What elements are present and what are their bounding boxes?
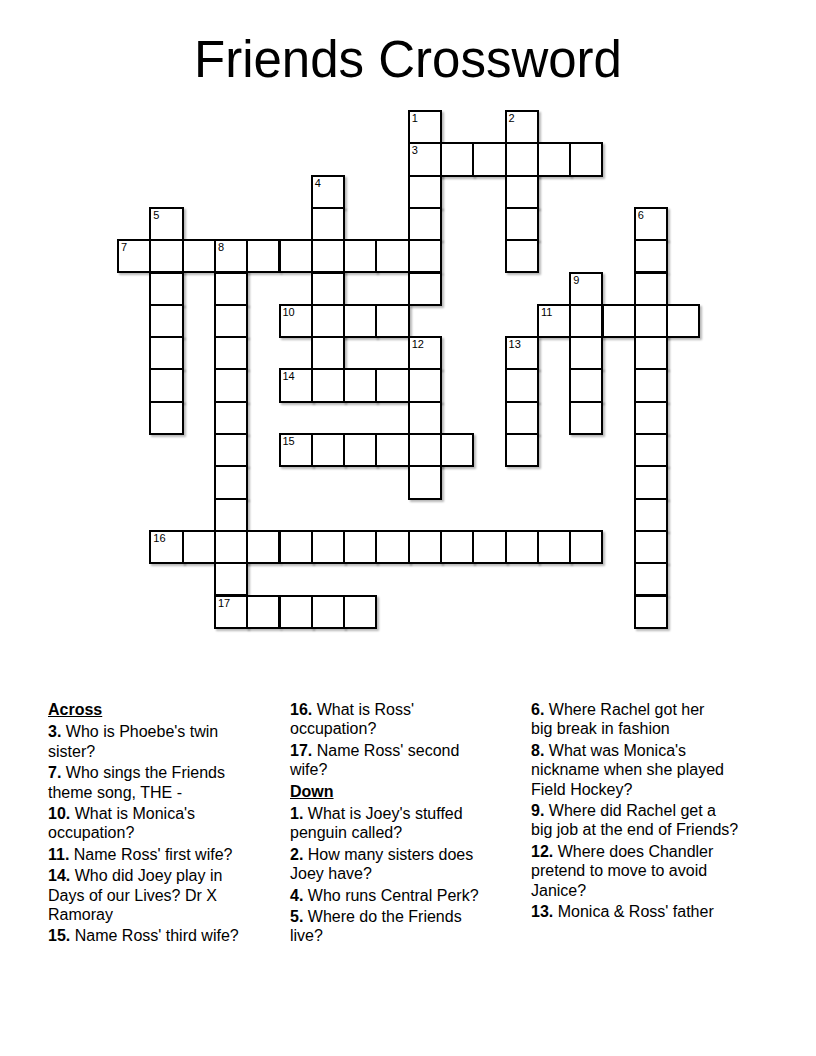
grid-cell[interactable] bbox=[214, 401, 248, 435]
grid-cell[interactable] bbox=[440, 433, 474, 467]
grid-cell[interactable] bbox=[311, 239, 345, 273]
grid-cell[interactable] bbox=[246, 595, 280, 629]
clue-down-1: 1. What is Joey's stuffedpenguin called? bbox=[290, 804, 522, 843]
grid-cell[interactable] bbox=[634, 272, 668, 306]
grid-cell[interactable]: 17 bbox=[214, 595, 248, 629]
grid-cell[interactable] bbox=[408, 530, 442, 564]
grid-cell[interactable] bbox=[149, 368, 183, 402]
grid-cell[interactable]: 2 bbox=[505, 110, 539, 144]
clue-number-10: 10 bbox=[283, 306, 295, 318]
clue-down-2: 2. How many sisters doesJoey have? bbox=[290, 845, 522, 884]
clue-across-10: 10. What is Monica'soccupation? bbox=[48, 804, 280, 843]
grid-cell[interactable] bbox=[214, 368, 248, 402]
grid-cell[interactable] bbox=[343, 595, 377, 629]
grid-cell[interactable]: 16 bbox=[149, 530, 183, 564]
grid-cell[interactable] bbox=[279, 530, 313, 564]
grid-cell[interactable] bbox=[505, 207, 539, 241]
grid-cell[interactable] bbox=[311, 304, 345, 338]
grid-cell[interactable] bbox=[214, 336, 248, 370]
clue-number-17: 17 bbox=[218, 597, 230, 609]
grid-cell[interactable] bbox=[602, 304, 636, 338]
grid-cell[interactable] bbox=[214, 498, 248, 532]
grid-cell[interactable] bbox=[311, 530, 345, 564]
grid-cell[interactable] bbox=[569, 336, 603, 370]
grid-cell[interactable]: 7 bbox=[117, 239, 151, 273]
clue-number-9: 9 bbox=[573, 274, 579, 286]
grid-cell[interactable] bbox=[505, 401, 539, 435]
grid-cell[interactable] bbox=[537, 142, 571, 176]
grid-cell[interactable] bbox=[408, 465, 442, 499]
grid-cell[interactable] bbox=[214, 304, 248, 338]
grid-cell[interactable] bbox=[634, 465, 668, 499]
grid-cell[interactable] bbox=[440, 142, 474, 176]
clue-number-14: 14 bbox=[283, 370, 295, 382]
across-header: Across bbox=[48, 700, 280, 719]
grid-cell[interactable] bbox=[149, 304, 183, 338]
grid-cell[interactable] bbox=[634, 336, 668, 370]
grid-cell[interactable] bbox=[311, 433, 345, 467]
grid-cell[interactable] bbox=[375, 530, 409, 564]
grid-cell[interactable] bbox=[214, 562, 248, 596]
clue-down-12: 12. Where does Chandlerpretend to move t… bbox=[531, 842, 776, 900]
clue-across-7: 7. Who sings the Friendstheme song, THE … bbox=[48, 763, 280, 802]
clue-column-3: 6. Where Rachel got herbig break in fash… bbox=[531, 700, 776, 923]
grid-cell[interactable] bbox=[408, 175, 442, 209]
clue-across-3: 3. Who is Phoebe's twinsister? bbox=[48, 722, 280, 761]
grid-cell[interactable] bbox=[505, 142, 539, 176]
grid-cell[interactable]: 14 bbox=[279, 368, 313, 402]
grid-cell[interactable] bbox=[182, 239, 216, 273]
clue-number-8: 8 bbox=[218, 241, 224, 253]
grid-cell[interactable] bbox=[149, 272, 183, 306]
grid-cell[interactable] bbox=[279, 595, 313, 629]
grid-cell[interactable] bbox=[634, 498, 668, 532]
grid-cell[interactable]: 1 bbox=[408, 110, 442, 144]
grid-cell[interactable] bbox=[311, 336, 345, 370]
clue-across-14: 14. Who did Joey play inDays of our Live… bbox=[48, 866, 280, 924]
clue-down-6: 6. Where Rachel got herbig break in fash… bbox=[531, 700, 776, 739]
grid-cell[interactable] bbox=[634, 562, 668, 596]
grid-cell[interactable] bbox=[634, 304, 668, 338]
clue-number-6: 6 bbox=[638, 209, 644, 221]
grid-cell[interactable] bbox=[279, 239, 313, 273]
clue-across-17: 17. Name Ross' secondwife? bbox=[290, 741, 522, 780]
grid-cell[interactable] bbox=[666, 304, 700, 338]
grid-cell[interactable]: 13 bbox=[505, 336, 539, 370]
grid-cell[interactable] bbox=[149, 401, 183, 435]
grid-cell[interactable] bbox=[408, 272, 442, 306]
grid-cell[interactable] bbox=[569, 304, 603, 338]
grid-cell[interactable]: 12 bbox=[408, 336, 442, 370]
clue-down-8: 8. What was Monica'snickname when she pl… bbox=[531, 741, 776, 799]
grid-cell[interactable] bbox=[440, 530, 474, 564]
page-title: Friends Crossword bbox=[0, 34, 816, 86]
grid-cell[interactable]: 6 bbox=[634, 207, 668, 241]
clue-number-3: 3 bbox=[412, 144, 418, 156]
clue-down-5: 5. Where do the Friendslive? bbox=[290, 907, 522, 946]
grid-cell[interactable] bbox=[634, 433, 668, 467]
clue-number-1: 1 bbox=[412, 112, 418, 124]
grid-cell[interactable] bbox=[311, 207, 345, 241]
clue-number-16: 16 bbox=[153, 532, 165, 544]
grid-cell[interactable] bbox=[505, 175, 539, 209]
grid-cell[interactable] bbox=[375, 433, 409, 467]
clue-across-11: 11. Name Ross' first wife? bbox=[48, 845, 280, 864]
grid-cell[interactable] bbox=[634, 530, 668, 564]
grid-cell[interactable] bbox=[375, 239, 409, 273]
grid-cell[interactable] bbox=[569, 530, 603, 564]
grid-cell[interactable] bbox=[537, 530, 571, 564]
grid-cell[interactable] bbox=[569, 401, 603, 435]
grid-cell[interactable] bbox=[408, 433, 442, 467]
down-header: Down bbox=[290, 782, 522, 801]
crossword-page: Friends Crossword 1234567891011121314151… bbox=[0, 0, 816, 1056]
grid-cell[interactable]: 5 bbox=[149, 207, 183, 241]
grid-cell[interactable]: 3 bbox=[408, 142, 442, 176]
grid-cell[interactable] bbox=[343, 433, 377, 467]
clue-number-15: 15 bbox=[283, 435, 295, 447]
grid-cell[interactable] bbox=[505, 530, 539, 564]
grid-cell[interactable] bbox=[149, 336, 183, 370]
grid-cell[interactable] bbox=[408, 207, 442, 241]
clue-down-4: 4. Who runs Central Perk? bbox=[290, 886, 522, 905]
clue-down-13: 13. Monica & Ross' father bbox=[531, 902, 776, 921]
grid-cell[interactable] bbox=[375, 304, 409, 338]
grid-cell[interactable] bbox=[408, 239, 442, 273]
grid-cell[interactable] bbox=[246, 530, 280, 564]
crossword-board: 1234567891011121314151617 bbox=[117, 110, 701, 630]
clue-number-11: 11 bbox=[541, 306, 552, 318]
clue-across-16: 16. What is Ross'occupation? bbox=[290, 700, 522, 739]
grid-cell[interactable] bbox=[214, 272, 248, 306]
grid-cell[interactable] bbox=[214, 433, 248, 467]
grid-cell[interactable] bbox=[311, 595, 345, 629]
clue-number-4: 4 bbox=[315, 177, 321, 189]
grid-cell[interactable] bbox=[634, 239, 668, 273]
grid-cell[interactable] bbox=[634, 401, 668, 435]
grid-cell[interactable] bbox=[408, 401, 442, 435]
grid-cell[interactable]: 11 bbox=[537, 304, 571, 338]
grid-cell[interactable] bbox=[505, 433, 539, 467]
grid-cell[interactable] bbox=[375, 368, 409, 402]
grid-cell[interactable]: 4 bbox=[311, 175, 345, 209]
clue-number-12: 12 bbox=[412, 338, 424, 350]
grid-cell[interactable] bbox=[343, 304, 377, 338]
grid-cell[interactable] bbox=[634, 368, 668, 402]
grid-cell[interactable]: 9 bbox=[569, 272, 603, 306]
grid-cell[interactable] bbox=[182, 530, 216, 564]
clue-across-15: 15. Name Ross' third wife? bbox=[48, 926, 280, 945]
grid-cell[interactable] bbox=[311, 272, 345, 306]
clue-number-2: 2 bbox=[509, 112, 515, 124]
grid-cell[interactable] bbox=[472, 530, 506, 564]
grid-cell[interactable] bbox=[472, 142, 506, 176]
grid-cell[interactable] bbox=[343, 530, 377, 564]
grid-cell[interactable] bbox=[505, 368, 539, 402]
clue-number-7: 7 bbox=[121, 241, 127, 253]
clue-number-13: 13 bbox=[509, 338, 521, 350]
grid-cell[interactable] bbox=[569, 368, 603, 402]
grid-cell[interactable] bbox=[408, 368, 442, 402]
grid-cell[interactable] bbox=[634, 595, 668, 629]
grid-cell[interactable] bbox=[214, 465, 248, 499]
grid-cell[interactable] bbox=[214, 530, 248, 564]
clue-column-1: Across3. Who is Phoebe's twinsister?7. W… bbox=[48, 700, 280, 948]
grid-cell[interactable] bbox=[311, 368, 345, 402]
clue-column-2: 16. What is Ross'occupation?17. Name Ros… bbox=[290, 700, 522, 948]
grid-cell[interactable] bbox=[505, 239, 539, 273]
clue-number-5: 5 bbox=[153, 209, 159, 221]
grid-cell[interactable]: 8 bbox=[214, 239, 248, 273]
clue-down-9: 9. Where did Rachel get abig job at the … bbox=[531, 801, 776, 840]
grid-cell[interactable] bbox=[246, 239, 280, 273]
grid-cell[interactable] bbox=[569, 142, 603, 176]
grid-cell[interactable] bbox=[343, 368, 377, 402]
grid-cell[interactable]: 10 bbox=[279, 304, 313, 338]
grid-cell[interactable]: 15 bbox=[279, 433, 313, 467]
grid-cell[interactable] bbox=[343, 239, 377, 273]
grid-cell[interactable] bbox=[149, 239, 183, 273]
